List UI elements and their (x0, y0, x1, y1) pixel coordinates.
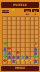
game-board[interactable]: ✚✚▲✚▲▲▲✚▲✚▲▲▲▲▲✚✚✚▲✚✚✚✚▲ (2, 16, 39, 65)
game-title: PUZZLE (13, 4, 27, 7)
stat-box-1: 888 (24, 9, 32, 12)
stat-value-1: 888 (25, 10, 29, 12)
bottom-bar[interactable]: MENU (1, 66, 39, 71)
score-label: SCORE (1, 10, 9, 12)
board-cell-11-8[interactable]: ▲ (33, 59, 37, 63)
blue-triangle: ▲ (34, 59, 37, 63)
flower-icon[interactable]: ✱ (12, 9, 15, 12)
stat-value-2: 88 (34, 10, 37, 12)
bottom-bar-label: MENU (15, 67, 25, 70)
game-window: PUZZLE SCORE ✱ 888 88 88 8 ✚✚▲✚▲▲▲✚▲✚▲▲▲… (0, 0, 40, 72)
title-bar: PUZZLE (1, 2, 39, 8)
stat-caption-1: 88 (24, 13, 32, 15)
blue-triangle: ▲ (12, 59, 15, 63)
stat-box-2: 88 (32, 9, 39, 12)
stat-caption-2: 8 (32, 13, 39, 15)
score-label-chip: SCORE (2, 10, 9, 13)
